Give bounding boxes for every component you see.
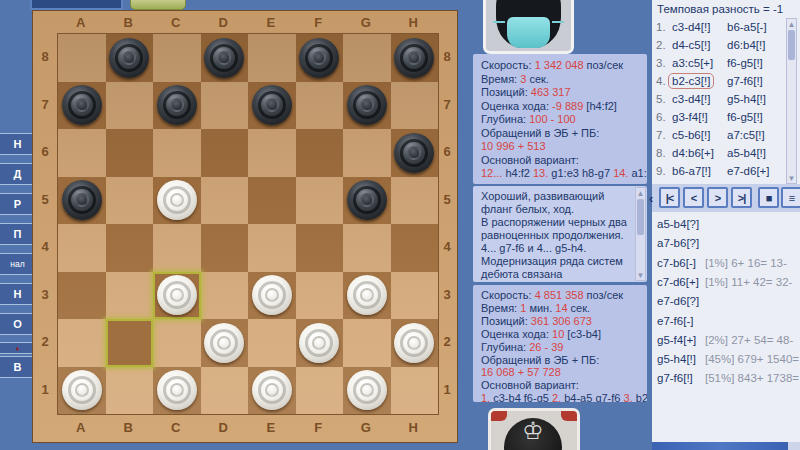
square-h5[interactable] <box>391 177 439 225</box>
square-b4[interactable] <box>106 224 154 272</box>
square-h3[interactable] <box>391 272 439 320</box>
analysis-move[interactable]: c7-d6[+] <box>657 273 699 292</box>
square-g7[interactable] <box>343 82 391 130</box>
top-toolbar-green-button[interactable] <box>130 0 186 10</box>
move-number: 5. <box>656 90 666 108</box>
white-man-f2[interactable] <box>299 323 339 363</box>
black-engine-segment: 13. <box>533 167 548 179</box>
move-number: 4. <box>656 72 666 90</box>
file-label-e: E <box>247 416 295 438</box>
king-logo-disc: ♔ <box>504 418 562 450</box>
black-engine-segment: -9 889 <box>552 100 583 112</box>
comment-line-1: Хороший, развивающий <box>481 190 631 203</box>
square-g6[interactable] <box>343 129 391 177</box>
square-a8[interactable] <box>58 34 106 82</box>
file-label-c: C <box>152 11 200 33</box>
black-man-g7[interactable] <box>347 85 387 125</box>
square-f5[interactable] <box>296 177 344 225</box>
square-a6[interactable] <box>58 129 106 177</box>
file-label-f: F <box>295 11 343 33</box>
black-move[interactable]: b6-a5[-] <box>727 18 767 36</box>
black-engine-segment: h4:f2 <box>502 167 533 179</box>
analysis-stats: [1%] 6+ 16= 13- <box>705 254 787 273</box>
black-engine-segment: [h4:f2] <box>583 100 617 112</box>
square-a7[interactable] <box>58 82 106 130</box>
white-move[interactable]: a3:c5[+] <box>672 54 713 72</box>
white-engine-segment: мин. <box>526 302 555 314</box>
white-move[interactable]: b2-c3[!] <box>672 72 714 90</box>
square-d6[interactable] <box>201 129 249 177</box>
black-move[interactable]: f6-g5[!] <box>727 108 763 126</box>
square-h7[interactable] <box>391 82 439 130</box>
analysis-move-row-2[interactable]: a7-b6[?] <box>652 234 800 253</box>
white-engine-segment: Глубина: <box>481 341 529 353</box>
black-engine-segment: a1:h <box>628 167 647 179</box>
rank-label-3: 3 <box>33 271 57 319</box>
analysis-move-row-5[interactable]: e7-d6[?] <box>652 292 800 311</box>
black-engine-segment: Обращений в ЭБ + ПБ: <box>481 127 599 139</box>
white-engine-segment: 14 <box>555 302 567 314</box>
square-g1[interactable] <box>343 367 391 415</box>
square-a5[interactable] <box>58 177 106 225</box>
white-player-avatar: ♔ <box>488 408 580 450</box>
square-e4[interactable] <box>248 224 296 272</box>
white-man-h2[interactable] <box>394 323 434 363</box>
white-man-e1[interactable] <box>252 370 292 410</box>
app-window: НДРПналНО♦В ABCDEFGH ABCDEFGH 87654321 8… <box>0 0 800 450</box>
square-b1[interactable] <box>106 367 154 415</box>
black-engine-segment: 14. <box>613 167 628 179</box>
white-engine-segment: c3-b4 f6-g5 <box>490 392 552 402</box>
cut-nav-glyph[interactable]: ‹ <box>649 191 653 206</box>
square-g8[interactable] <box>343 34 391 82</box>
white-engine-line-2: Время: 1 мин. 14 сек. <box>481 302 643 315</box>
black-engine-segment: 100 - 100 <box>529 113 575 125</box>
analysis-move[interactable]: g5-f4[+] <box>657 331 696 350</box>
white-engine-line-6: Обращений в ЭБ + ПБ: <box>481 354 643 367</box>
square-c3[interactable] <box>153 272 201 320</box>
white-engine-line-4: Оценка хода: 10 [c3-b4] <box>481 328 643 341</box>
analysis-move-row-3[interactable]: c7-b6[-][1%] 6+ 16= 13- <box>652 254 800 273</box>
file-label-c: C <box>152 416 200 438</box>
black-man-a5[interactable] <box>62 180 102 220</box>
comment-line-4: равноценных продолжения. <box>481 229 631 242</box>
move-number: 3. <box>656 54 666 72</box>
black-engine-segment: поз/сек <box>584 59 624 71</box>
white-move[interactable]: c3-d4[!] <box>672 18 710 36</box>
mask-strap-right-icon <box>552 21 564 23</box>
tempo-difference-label: Темповая разность = -1 <box>657 3 783 15</box>
comment-line-6: Модернизация ряда систем <box>481 255 631 268</box>
white-move[interactable]: g3-f4[!] <box>672 108 708 126</box>
move-row-7.[interactable]: 7.c5-b6[!]a7:c5[!] <box>652 126 800 144</box>
white-engine-line-8: Основной вариант: <box>481 379 643 392</box>
black-engine-segment: 10 996 + 513 <box>481 140 546 152</box>
square-d7[interactable] <box>201 82 249 130</box>
black-man-g5[interactable] <box>347 180 387 220</box>
file-label-e: E <box>247 11 295 33</box>
square-e7[interactable] <box>248 82 296 130</box>
avatar-red-corner-right <box>561 411 577 421</box>
black-engine-segment: сек. <box>526 73 549 85</box>
move-list-scrollbar[interactable]: ▲ ▼ <box>786 18 797 184</box>
notation-panel: Темповая разность = -1 1.c3-d4[!]b6-a5[-… <box>652 0 800 442</box>
square-a4[interactable] <box>58 224 106 272</box>
black-move[interactable]: g7-f6[!] <box>727 72 763 90</box>
file-label-a: A <box>57 11 105 33</box>
white-engine-segment: 2. <box>552 392 561 402</box>
square-c8[interactable] <box>153 34 201 82</box>
black-engine-line-5: Глубина: 100 - 100 <box>481 113 643 127</box>
move-row-9.[interactable]: 9.b6-a7[!]e7-d6[+] <box>652 162 800 180</box>
comment-text: Хороший, развивающийфланг белых, ход.В р… <box>481 190 631 281</box>
black-engine-line-4: Оценка хода: -9 889 [h4:f2] <box>481 100 643 114</box>
black-engine-line-9: 12... h4:f2 13. g1:e3 h8-g7 14. a1:h <box>481 167 643 181</box>
analysis-move-row-1[interactable]: a5-b4[?] <box>652 215 800 234</box>
analysis-move-row-6[interactable]: e7-f6[-] <box>652 312 800 331</box>
move-row-8.[interactable]: 8.d4:b6[+]a5-b4[!] <box>652 144 800 162</box>
white-engine-segment: поз/сек <box>584 289 624 301</box>
white-man-c1[interactable] <box>157 370 197 410</box>
white-engine-segment: Скорость: <box>481 289 535 301</box>
square-c1[interactable] <box>153 367 201 415</box>
move-number: 8. <box>656 144 666 162</box>
move-row-3.[interactable]: 3.a3:c5[+]f6-g5[!] <box>652 54 800 72</box>
analysis-move-row-9[interactable]: g7-f6[!][51%] 843+ 1738= 8 <box>652 369 800 388</box>
black-engine-line-7: 10 996 + 513 <box>481 140 643 154</box>
square-b8[interactable] <box>106 34 154 82</box>
navigation-toolbar: ‹ |<<>>|■≡ <box>652 184 800 212</box>
move-row-4.[interactable]: 4.b2-c3[!]g7-f6[!] <box>652 72 800 90</box>
analysis-move-row-7[interactable]: g5-f4[+][2%] 27+ 54= 48- <box>652 331 800 350</box>
black-engine-segment: g1:e3 h8-g7 <box>548 167 613 179</box>
white-engine-segment: 10 <box>552 328 564 340</box>
mask-strap-left-icon <box>493 21 505 23</box>
rank-label-2: 2 <box>33 318 57 366</box>
black-engine-segment: 463 317 <box>531 86 571 98</box>
square-d2[interactable] <box>201 319 249 367</box>
square-g4[interactable] <box>343 224 391 272</box>
square-c2[interactable] <box>153 319 201 367</box>
square-h6[interactable] <box>391 129 439 177</box>
white-man-e3[interactable] <box>252 275 292 315</box>
square-g5[interactable] <box>343 177 391 225</box>
black-move[interactable]: a7:c5[!] <box>727 126 765 144</box>
file-label-d: D <box>200 11 248 33</box>
black-engine-line-2: Время: 3 сек. <box>481 73 643 87</box>
square-d3[interactable] <box>201 272 249 320</box>
move-number: 1. <box>656 18 666 36</box>
square-d4[interactable] <box>201 224 249 272</box>
rank-label-5: 5 <box>33 176 57 224</box>
nav-menu-button[interactable]: ≡ <box>781 187 800 208</box>
rank-label-7: 7 <box>33 81 57 129</box>
analysis-stats: [45%] 679+ 1540= <box>705 350 799 369</box>
black-engine-segment: 1 342 048 <box>535 59 584 71</box>
nav-first-button[interactable]: |< <box>659 187 680 208</box>
white-engine-segment: 26 - 39 <box>529 341 563 353</box>
face-mask-icon <box>507 17 550 47</box>
white-engine-segment: Основной вариант: <box>481 379 579 391</box>
black-engine-segment: Позиций: <box>481 86 531 98</box>
file-label-a: A <box>57 416 105 438</box>
black-engine-panel: Скорость: 1 342 048 поз/секВремя: 3 сек.… <box>473 54 647 184</box>
square-a1[interactable] <box>58 367 106 415</box>
square-b7[interactable] <box>106 82 154 130</box>
scrollbar-thumb[interactable] <box>788 30 795 60</box>
square-h4[interactable] <box>391 224 439 272</box>
comment-line-3: В распоряжении черных два <box>481 216 631 229</box>
square-d1[interactable] <box>201 367 249 415</box>
square-f8[interactable] <box>296 34 344 82</box>
file-label-f: F <box>295 416 343 438</box>
analysis-move[interactable]: a7-b6[?] <box>657 234 699 253</box>
white-engine-segment: 361 306 673 <box>531 315 592 327</box>
black-engine-segment: Основной вариант: <box>481 154 579 166</box>
white-man-d2[interactable] <box>204 323 244 363</box>
black-engine-line-3: Позиций: 463 317 <box>481 86 643 100</box>
black-move[interactable]: a5-b4[!] <box>727 144 766 162</box>
white-engine-segment: Позиций: <box>481 315 531 327</box>
scroll-down-icon[interactable]: ▼ <box>787 173 796 183</box>
rank-label-6: 6 <box>33 128 57 176</box>
analysis-move[interactable]: e7-d6[?] <box>657 292 699 311</box>
nav-last-button[interactable]: >| <box>731 187 752 208</box>
square-c7[interactable] <box>153 82 201 130</box>
square-c5[interactable] <box>153 177 201 225</box>
black-engine-segment: 12... <box>481 167 502 179</box>
black-move[interactable]: f6-g5[!] <box>727 54 763 72</box>
scroll-down-icon[interactable]: ▼ <box>636 270 645 280</box>
rank-label-8: 8 <box>33 33 57 81</box>
board-grid <box>57 33 439 415</box>
black-man-a7[interactable] <box>62 85 102 125</box>
scrollbar-corner <box>788 442 800 450</box>
white-move[interactable]: d4-c5[!] <box>672 36 710 54</box>
analysis-stats: [1%] 11+ 42= 32- <box>705 273 792 292</box>
white-engine-segment: Оценка хода: <box>481 328 552 340</box>
square-g2[interactable] <box>343 319 391 367</box>
file-label-b: B <box>105 416 153 438</box>
square-e6[interactable] <box>248 129 296 177</box>
black-man-h6[interactable] <box>394 133 434 173</box>
square-a3[interactable] <box>58 272 106 320</box>
white-engine-line-7: 16 068 + 57 728 <box>481 366 643 379</box>
white-engine-line-3: Позиций: 361 306 673 <box>481 315 643 328</box>
white-engine-segment: 3. <box>624 392 633 402</box>
file-label-h: H <box>390 11 438 33</box>
white-man-g3[interactable] <box>347 275 387 315</box>
white-engine-line-9: 1. c3-b4 f6-g5 2. b4-a5 g7-f6 3. b2 <box>481 392 643 402</box>
white-engine-segment: [c3-b4] <box>564 328 601 340</box>
black-man-h8[interactable] <box>394 38 434 78</box>
move-number: 9. <box>656 162 666 180</box>
black-move[interactable]: e7-d6[+] <box>727 162 770 180</box>
white-engine-segment: b2 <box>633 392 647 402</box>
analysis-move-row-8[interactable]: g5-h4[!][45%] 679+ 1540= <box>652 350 800 369</box>
white-engine-segment: Обращений в ЭБ + ПБ: <box>481 354 599 366</box>
white-move[interactable]: c3-d4[!] <box>672 90 710 108</box>
horizontal-scrollbar[interactable] <box>652 442 788 450</box>
nav-prev-button[interactable]: < <box>683 187 704 208</box>
move-row-5.[interactable]: 5.c3-d4[!]g5-h4[!] <box>652 90 800 108</box>
white-move[interactable]: d4:b6[+] <box>672 144 714 162</box>
black-engine-segment: Скорость: <box>481 59 535 71</box>
square-h8[interactable] <box>391 34 439 82</box>
nav-next-button[interactable]: > <box>707 187 728 208</box>
move-number: 6. <box>656 108 666 126</box>
comment-panel: Хороший, развивающийфланг белых, ход.В р… <box>473 186 647 282</box>
white-engine-line-1: Скорость: 4 851 358 поз/сек <box>481 289 643 302</box>
scroll-up-icon[interactable]: ▲ <box>787 19 796 29</box>
square-e1[interactable] <box>248 367 296 415</box>
black-man-e7[interactable] <box>252 85 292 125</box>
file-label-d: D <box>200 416 248 438</box>
top-toolbar-fragment[interactable] <box>30 0 123 10</box>
comment-line-5: 4... g7-f6 и 4... g5-h4. <box>481 242 631 255</box>
comment-line-7: дебюта связана <box>481 268 631 281</box>
comment-line-2: фланг белых, ход. <box>481 203 631 216</box>
square-a2[interactable] <box>58 319 106 367</box>
square-f7[interactable] <box>296 82 344 130</box>
white-engine-segment: 16 068 + 57 728 <box>481 366 561 378</box>
rank-label-4: 4 <box>33 223 57 271</box>
analysis-move[interactable]: c7-b6[-] <box>657 254 696 273</box>
analysis-stats: [2%] 27+ 54= 48- <box>705 331 793 350</box>
file-label-g: G <box>342 416 390 438</box>
square-f1[interactable] <box>296 367 344 415</box>
nav-stop-button[interactable]: ■ <box>758 187 779 208</box>
square-e8[interactable] <box>248 34 296 82</box>
white-engine-segment: b4-a5 g7-f6 <box>561 392 623 402</box>
white-engine-segment: сек. <box>568 302 591 314</box>
black-man-f8[interactable] <box>299 38 339 78</box>
square-c4[interactable] <box>153 224 201 272</box>
white-engine-panel: Скорость: 4 851 358 поз/секВремя: 1 мин.… <box>473 285 647 402</box>
white-engine-line-5: Глубина: 26 - 39 <box>481 341 643 354</box>
square-b2[interactable] <box>106 319 154 367</box>
comment-scrollbar[interactable]: ▲ ▼ <box>635 187 646 281</box>
white-engine-segment: Время: <box>481 302 520 314</box>
file-label-b: B <box>105 11 153 33</box>
white-move[interactable]: b6-a7[!] <box>672 162 711 180</box>
square-c6[interactable] <box>153 129 201 177</box>
file-label-h: H <box>390 416 438 438</box>
scroll-up-icon[interactable]: ▲ <box>636 188 645 198</box>
black-man-d8[interactable] <box>204 38 244 78</box>
move-number: 2. <box>656 36 666 54</box>
chess-king-icon: ♔ <box>522 418 544 444</box>
square-b5[interactable] <box>106 177 154 225</box>
black-engine-segment: Время: <box>481 73 520 85</box>
file-label-g: G <box>342 11 390 33</box>
square-f4[interactable] <box>296 224 344 272</box>
square-h2[interactable] <box>391 319 439 367</box>
black-player-avatar <box>483 0 574 54</box>
black-move[interactable]: g5-h4[!] <box>727 90 766 108</box>
black-engine-line-6: Обращений в ЭБ + ПБ: <box>481 127 643 141</box>
square-f3[interactable] <box>296 272 344 320</box>
board-frame: ABCDEFGH ABCDEFGH 87654321 87654321 <box>32 10 458 443</box>
current-move-box[interactable]: b2-c3[!] <box>668 73 714 89</box>
square-b3[interactable] <box>106 272 154 320</box>
scrollbar-thumb[interactable] <box>637 199 644 235</box>
black-engine-line-8: Основной вариант: <box>481 154 643 168</box>
white-engine-segment: 1. <box>481 392 490 402</box>
white-engine-segment: 4 851 358 <box>535 289 584 301</box>
white-man-c5[interactable] <box>157 180 197 220</box>
move-number: 7. <box>656 126 666 144</box>
white-man-c3[interactable] <box>157 275 197 315</box>
square-d8[interactable] <box>201 34 249 82</box>
square-e3[interactable] <box>248 272 296 320</box>
black-man-b8[interactable] <box>109 38 149 78</box>
rank-label-1: 1 <box>33 366 57 414</box>
square-h1[interactable] <box>391 367 439 415</box>
square-b6[interactable] <box>106 129 154 177</box>
black-move[interactable]: d6:b4[!] <box>727 36 765 54</box>
white-move[interactable]: c5-b6[!] <box>672 126 710 144</box>
analysis-stats: [51%] 843+ 1738= 8 <box>705 369 800 388</box>
analysis-move-row-4[interactable]: c7-d6[+][1%] 11+ 42= 32- <box>652 273 800 292</box>
square-g3[interactable] <box>343 272 391 320</box>
analysis-move[interactable]: g7-f6[!] <box>657 369 693 388</box>
white-man-a1[interactable] <box>62 370 102 410</box>
avatar-red-corner-left <box>491 411 507 421</box>
move-row-1.[interactable]: 1.c3-d4[!]b6-a5[-] <box>652 18 800 36</box>
black-man-c7[interactable] <box>157 85 197 125</box>
analysis-move[interactable]: g5-h4[!] <box>657 350 696 369</box>
square-e5[interactable] <box>248 177 296 225</box>
black-engine-line-1: Скорость: 1 342 048 поз/сек <box>481 59 643 73</box>
square-d5[interactable] <box>201 177 249 225</box>
square-f2[interactable] <box>296 319 344 367</box>
analysis-move[interactable]: e7-f6[-] <box>657 312 693 331</box>
move-row-2.[interactable]: 2.d4-c5[!]d6:b4[!] <box>652 36 800 54</box>
black-engine-segment: Оценка хода: <box>481 100 552 112</box>
square-f6[interactable] <box>296 129 344 177</box>
square-e2[interactable] <box>248 319 296 367</box>
analysis-move[interactable]: a5-b4[?] <box>657 215 699 234</box>
white-man-g1[interactable] <box>347 370 387 410</box>
black-engine-segment: Глубина: <box>481 113 529 125</box>
move-row-6.[interactable]: 6.g3-f4[!]f6-g5[!] <box>652 108 800 126</box>
